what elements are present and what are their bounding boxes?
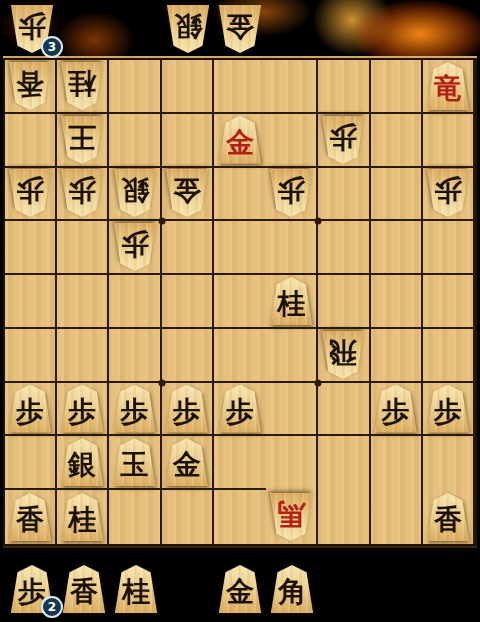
- gote-hand-tray: 歩3銀金: [0, 0, 480, 58]
- cell-3-5[interactable]: [318, 275, 370, 329]
- cell-4-4[interactable]: [266, 221, 318, 275]
- piece-king-sente[interactable]: 玉: [113, 438, 157, 486]
- piece-lance-sente[interactable]: 香: [426, 493, 470, 541]
- piece-body: 桂: [114, 565, 158, 613]
- piece-silver-sente[interactable]: 銀: [60, 438, 104, 486]
- piece-dragon-sente[interactable]: 竜: [426, 62, 470, 110]
- piece-body: 金: [218, 116, 262, 164]
- piece-kanji: 歩: [382, 398, 410, 426]
- piece-body: 玉: [113, 438, 157, 486]
- cell-6-2[interactable]: [162, 114, 214, 168]
- piece-knight-sente[interactable]: 桂: [114, 565, 158, 613]
- piece-kanji: 銀: [121, 176, 149, 204]
- cell-5-5[interactable]: [214, 275, 266, 329]
- piece-kanji: 歩: [18, 12, 46, 40]
- piece-body: 銀: [166, 5, 210, 53]
- cell-4-8[interactable]: [266, 436, 318, 490]
- piece-kanji: 竜: [434, 75, 462, 103]
- cell-4-9[interactable]: 馬: [266, 490, 318, 544]
- cell-1-4[interactable]: [423, 221, 475, 275]
- piece-silver-gote[interactable]: 銀: [113, 169, 157, 217]
- cell-2-1[interactable]: [371, 60, 423, 114]
- hand-piece-lance-sente[interactable]: 香: [62, 564, 106, 614]
- piece-kanji: 歩: [16, 398, 44, 426]
- piece-body: 角: [270, 565, 314, 613]
- cell-2-2[interactable]: [371, 114, 423, 168]
- piece-kanji: 金: [226, 12, 254, 40]
- piece-kanji: 王: [68, 123, 96, 151]
- hand-piece-pawn-gote[interactable]: 歩3: [10, 4, 54, 54]
- cell-9-4[interactable]: [5, 221, 57, 275]
- cell-8-6[interactable]: [57, 329, 109, 383]
- piece-pawn-sente[interactable]: 歩: [218, 385, 262, 433]
- cell-4-7[interactable]: [266, 383, 318, 437]
- cell-3-8[interactable]: [318, 436, 370, 490]
- piece-kanji: 桂: [68, 506, 96, 534]
- pawn-count-badge: 3: [41, 36, 63, 58]
- cell-9-5[interactable]: [5, 275, 57, 329]
- cell-9-2[interactable]: [5, 114, 57, 168]
- piece-kanji: 金: [226, 578, 254, 606]
- piece-kanji: 桂: [277, 290, 305, 318]
- piece-pawn-sente[interactable]: 歩: [165, 385, 209, 433]
- cell-5-8[interactable]: [214, 436, 266, 490]
- cell-7-8[interactable]: 玉: [109, 436, 161, 490]
- piece-body: 金: [218, 565, 262, 613]
- piece-pawn-sente[interactable]: 歩: [113, 385, 157, 433]
- cell-3-7[interactable]: [318, 383, 370, 437]
- cell-1-6[interactable]: [423, 329, 475, 383]
- piece-kanji: 歩: [277, 176, 305, 204]
- cell-1-7[interactable]: 歩: [423, 383, 475, 437]
- piece-lance-sente[interactable]: 香: [8, 493, 52, 541]
- piece-bishop-sente[interactable]: 角: [270, 565, 314, 613]
- cell-8-1[interactable]: 桂: [57, 60, 109, 114]
- cell-6-7[interactable]: 歩: [162, 383, 214, 437]
- piece-body: 歩: [218, 385, 262, 433]
- piece-kanji: 歩: [68, 176, 96, 204]
- cell-8-5[interactable]: [57, 275, 109, 329]
- cell-9-8[interactable]: [5, 436, 57, 490]
- piece-body: 歩: [269, 169, 313, 217]
- cell-1-2[interactable]: [423, 114, 475, 168]
- piece-body: 歩: [426, 385, 470, 433]
- cell-7-2[interactable]: [109, 114, 161, 168]
- piece-gold-sente[interactable]: 金: [165, 438, 209, 486]
- shogi-board: 香桂竜王金歩歩歩銀金歩歩歩桂飛歩歩歩歩歩歩歩銀玉金香桂馬香: [3, 58, 477, 546]
- cell-8-4[interactable]: [57, 221, 109, 275]
- piece-kanji: 角: [278, 578, 306, 606]
- piece-body: 香: [8, 493, 52, 541]
- hand-piece-gold-sente[interactable]: 金: [218, 564, 262, 614]
- piece-pawn-gote[interactable]: 歩: [426, 169, 470, 217]
- cell-4-3[interactable]: 歩: [266, 168, 318, 222]
- cell-4-5[interactable]: 桂: [266, 275, 318, 329]
- cell-5-6[interactable]: [214, 329, 266, 383]
- cell-1-9[interactable]: 香: [423, 490, 475, 544]
- hand-piece-pawn-sente[interactable]: 歩2: [10, 564, 54, 614]
- cell-5-9[interactable]: [214, 490, 266, 544]
- piece-pawn-gote[interactable]: 歩: [269, 169, 313, 217]
- cell-2-8[interactable]: [371, 436, 423, 490]
- cell-8-9[interactable]: 桂: [57, 490, 109, 544]
- piece-lance-gote[interactable]: 香: [8, 62, 52, 110]
- cell-7-4[interactable]: 歩: [109, 221, 161, 275]
- cell-2-4[interactable]: [371, 221, 423, 275]
- piece-body: 飛: [321, 331, 365, 379]
- piece-kanji: 歩: [329, 123, 357, 151]
- piece-kanji: 金: [173, 176, 201, 204]
- cell-6-3[interactable]: 金: [162, 168, 214, 222]
- piece-king-gote[interactable]: 王: [60, 116, 104, 164]
- cell-3-9[interactable]: [318, 490, 370, 544]
- cell-4-1[interactable]: [266, 60, 318, 114]
- star-point: [158, 379, 165, 386]
- piece-body: 歩: [165, 385, 209, 433]
- cell-6-6[interactable]: [162, 329, 214, 383]
- piece-body: 香: [62, 565, 106, 613]
- piece-body: 銀: [113, 169, 157, 217]
- hand-piece-bishop-sente[interactable]: 角: [270, 564, 314, 614]
- cell-6-1[interactable]: [162, 60, 214, 114]
- piece-knight-gote[interactable]: 桂: [60, 62, 104, 110]
- piece-kanji: 歩: [173, 398, 201, 426]
- piece-body: 金: [165, 438, 209, 486]
- cell-2-9[interactable]: [371, 490, 423, 544]
- piece-kanji: 銀: [68, 451, 96, 479]
- piece-kanji: 香: [434, 506, 462, 534]
- cell-8-3[interactable]: 歩: [57, 168, 109, 222]
- piece-kanji: 歩: [434, 398, 462, 426]
- piece-pawn-gote[interactable]: 歩: [60, 169, 104, 217]
- cell-9-7[interactable]: 歩: [5, 383, 57, 437]
- cell-1-3[interactable]: 歩: [423, 168, 475, 222]
- cell-9-1[interactable]: 香: [5, 60, 57, 114]
- cell-5-2[interactable]: 金: [214, 114, 266, 168]
- cell-7-9[interactable]: [109, 490, 161, 544]
- cell-7-7[interactable]: 歩: [109, 383, 161, 437]
- piece-kanji: 歩: [68, 398, 96, 426]
- hand-piece-gold-gote[interactable]: 金: [218, 4, 262, 54]
- hand-piece-knight-sente[interactable]: 桂: [114, 564, 158, 614]
- cell-9-6[interactable]: [5, 329, 57, 383]
- cell-3-6[interactable]: 飛: [318, 329, 370, 383]
- piece-body: 王: [60, 116, 104, 164]
- cell-1-1[interactable]: 竜: [423, 60, 475, 114]
- cell-3-1[interactable]: [318, 60, 370, 114]
- piece-body: 歩: [426, 169, 470, 217]
- piece-body: 歩: [8, 169, 52, 217]
- piece-kanji: 香: [16, 506, 44, 534]
- piece-body: 香: [426, 493, 470, 541]
- star-point: [315, 218, 322, 225]
- cell-2-3[interactable]: [371, 168, 423, 222]
- piece-pawn-gote[interactable]: 歩: [8, 169, 52, 217]
- piece-kanji: 馬: [277, 500, 305, 528]
- cell-2-7[interactable]: 歩: [371, 383, 423, 437]
- cell-7-6[interactable]: [109, 329, 161, 383]
- cell-3-4[interactable]: [318, 221, 370, 275]
- cell-2-5[interactable]: [371, 275, 423, 329]
- piece-kanji: 香: [16, 69, 44, 97]
- piece-pawn-gote[interactable]: 歩: [113, 223, 157, 271]
- cell-3-3[interactable]: [318, 168, 370, 222]
- piece-body: 歩: [113, 385, 157, 433]
- piece-pawn-sente[interactable]: 歩: [426, 385, 470, 433]
- piece-kanji: 金: [173, 451, 201, 479]
- cell-1-5[interactable]: [423, 275, 475, 329]
- piece-kanji: 歩: [121, 398, 149, 426]
- piece-body: 桂: [60, 62, 104, 110]
- piece-pawn-sente[interactable]: 歩: [8, 385, 52, 433]
- star-point: [315, 379, 322, 386]
- piece-kanji: 歩: [434, 176, 462, 204]
- piece-silver-gote[interactable]: 銀: [166, 5, 210, 53]
- cell-2-6[interactable]: [371, 329, 423, 383]
- cell-7-1[interactable]: [109, 60, 161, 114]
- piece-gold-gote[interactable]: 金: [218, 5, 262, 53]
- piece-kanji: 香: [70, 578, 98, 606]
- cell-5-3[interactable]: [214, 168, 266, 222]
- piece-body: 竜: [426, 62, 470, 110]
- cell-6-5[interactable]: [162, 275, 214, 329]
- piece-promoted-silver-sente[interactable]: 金: [218, 116, 262, 164]
- piece-kanji: 桂: [122, 578, 150, 606]
- cell-4-6[interactable]: [266, 329, 318, 383]
- piece-body: 馬: [269, 493, 313, 541]
- piece-gold-gote[interactable]: 金: [165, 169, 209, 217]
- piece-pawn-gote[interactable]: 歩: [321, 116, 365, 164]
- cell-6-4[interactable]: [162, 221, 214, 275]
- cell-6-9[interactable]: [162, 490, 214, 544]
- piece-body: 金: [218, 5, 262, 53]
- piece-kanji: 桂: [68, 69, 96, 97]
- piece-horse-gote[interactable]: 馬: [269, 493, 313, 541]
- hand-piece-silver-gote[interactable]: 銀: [166, 4, 210, 54]
- piece-body: 香: [8, 62, 52, 110]
- piece-body: 歩: [8, 385, 52, 433]
- sente-hand-tray: 歩2香桂金角: [0, 560, 480, 618]
- piece-knight-sente[interactable]: 桂: [60, 493, 104, 541]
- piece-gold-sente[interactable]: 金: [218, 565, 262, 613]
- cell-8-7[interactable]: 歩: [57, 383, 109, 437]
- piece-body: 銀: [60, 438, 104, 486]
- piece-kanji: 歩: [226, 398, 254, 426]
- piece-knight-sente[interactable]: 桂: [269, 277, 313, 325]
- piece-lance-sente[interactable]: 香: [62, 565, 106, 613]
- piece-body: 桂: [269, 277, 313, 325]
- cell-8-8[interactable]: 銀: [57, 436, 109, 490]
- piece-kanji: 金: [226, 129, 254, 157]
- piece-body: 歩: [60, 385, 104, 433]
- piece-body: 桂: [60, 493, 104, 541]
- cell-9-3[interactable]: 歩: [5, 168, 57, 222]
- cell-4-2[interactable]: [266, 114, 318, 168]
- piece-kanji: 歩: [16, 176, 44, 204]
- cell-5-7[interactable]: 歩: [214, 383, 266, 437]
- piece-body: 歩: [321, 116, 365, 164]
- piece-kanji: 銀: [174, 12, 202, 40]
- piece-pawn-sente[interactable]: 歩: [374, 385, 418, 433]
- piece-rook-gote[interactable]: 飛: [321, 331, 365, 379]
- piece-pawn-sente[interactable]: 歩: [60, 385, 104, 433]
- cell-7-3[interactable]: 銀: [109, 168, 161, 222]
- piece-kanji: 飛: [329, 338, 357, 366]
- cell-6-8[interactable]: 金: [162, 436, 214, 490]
- piece-body: 金: [165, 169, 209, 217]
- cell-9-9[interactable]: 香: [5, 490, 57, 544]
- pawn-count-badge: 2: [41, 596, 63, 618]
- piece-body: 歩: [113, 223, 157, 271]
- piece-body: 歩: [60, 169, 104, 217]
- cell-1-8[interactable]: [423, 436, 475, 490]
- cell-3-2[interactable]: 歩: [318, 114, 370, 168]
- cell-8-2[interactable]: 王: [57, 114, 109, 168]
- piece-body: 歩: [374, 385, 418, 433]
- cell-5-1[interactable]: [214, 60, 266, 114]
- cell-7-5[interactable]: [109, 275, 161, 329]
- piece-kanji: 歩: [121, 230, 149, 258]
- piece-kanji: 玉: [121, 451, 149, 479]
- cell-5-4[interactable]: [214, 221, 266, 275]
- star-point: [158, 218, 165, 225]
